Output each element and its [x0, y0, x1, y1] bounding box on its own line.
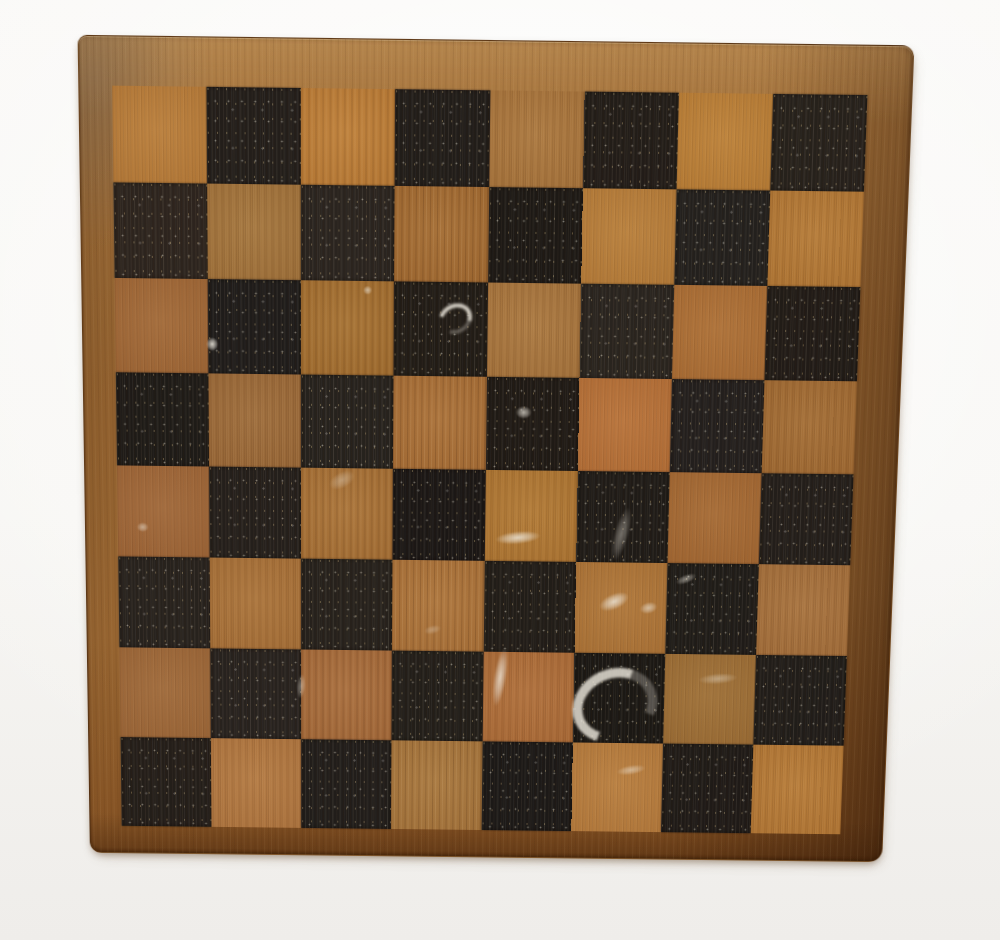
square-g8[interactable] [676, 93, 773, 191]
square-e2[interactable] [482, 652, 574, 743]
square-c8[interactable] [301, 88, 395, 186]
square-f8[interactable] [583, 92, 679, 190]
square-a6[interactable] [115, 278, 209, 373]
square-g5[interactable] [669, 379, 764, 473]
square-b7[interactable] [207, 183, 301, 280]
photo-background [0, 0, 1000, 940]
square-f2[interactable] [573, 653, 666, 744]
square-c4[interactable] [301, 467, 393, 560]
square-e5[interactable] [485, 376, 579, 470]
square-c2[interactable] [301, 650, 392, 741]
square-d8[interactable] [395, 89, 490, 187]
square-e7[interactable] [488, 187, 583, 283]
square-h4[interactable] [759, 473, 854, 566]
square-f4[interactable] [576, 471, 670, 564]
square-b4[interactable] [209, 466, 301, 559]
square-e8[interactable] [489, 90, 585, 188]
square-d6[interactable] [394, 281, 488, 376]
square-c7[interactable] [301, 185, 395, 282]
square-e1[interactable] [481, 742, 572, 832]
square-c5[interactable] [301, 374, 394, 468]
square-g1[interactable] [661, 744, 753, 834]
square-h2[interactable] [753, 655, 847, 746]
square-g3[interactable] [665, 563, 759, 655]
square-a7[interactable] [113, 182, 208, 279]
square-h8[interactable] [770, 94, 867, 192]
square-e3[interactable] [483, 561, 576, 653]
chessboard [78, 35, 915, 862]
square-h3[interactable] [756, 565, 850, 657]
square-h7[interactable] [767, 190, 864, 286]
square-f3[interactable] [574, 562, 667, 654]
square-d4[interactable] [393, 468, 486, 561]
square-f6[interactable] [579, 283, 674, 378]
square-c3[interactable] [301, 559, 393, 651]
square-c1[interactable] [301, 739, 391, 829]
square-d3[interactable] [392, 560, 484, 652]
square-b3[interactable] [210, 558, 302, 650]
square-d1[interactable] [391, 740, 482, 830]
square-e6[interactable] [486, 282, 580, 377]
square-h5[interactable] [762, 380, 857, 474]
square-a5[interactable] [116, 372, 209, 466]
square-f1[interactable] [571, 743, 663, 833]
square-a3[interactable] [118, 557, 210, 649]
square-b6[interactable] [208, 279, 301, 374]
square-b8[interactable] [207, 87, 301, 185]
square-e4[interactable] [484, 469, 577, 562]
square-f5[interactable] [577, 378, 671, 472]
square-d2[interactable] [392, 651, 483, 742]
square-a2[interactable] [119, 648, 211, 739]
square-h1[interactable] [751, 745, 844, 835]
square-b2[interactable] [210, 649, 301, 740]
square-b1[interactable] [211, 738, 301, 828]
square-a4[interactable] [117, 465, 210, 558]
square-f7[interactable] [581, 188, 677, 284]
square-a1[interactable] [121, 737, 212, 827]
square-d5[interactable] [393, 375, 486, 469]
square-b5[interactable] [209, 373, 302, 467]
square-g6[interactable] [672, 285, 767, 380]
square-g2[interactable] [663, 654, 756, 745]
checker-area [112, 86, 867, 835]
square-c6[interactable] [301, 280, 394, 375]
square-g4[interactable] [667, 472, 761, 565]
square-d7[interactable] [394, 186, 488, 283]
square-h6[interactable] [764, 286, 860, 381]
square-a8[interactable] [112, 86, 207, 184]
square-g7[interactable] [674, 189, 770, 285]
